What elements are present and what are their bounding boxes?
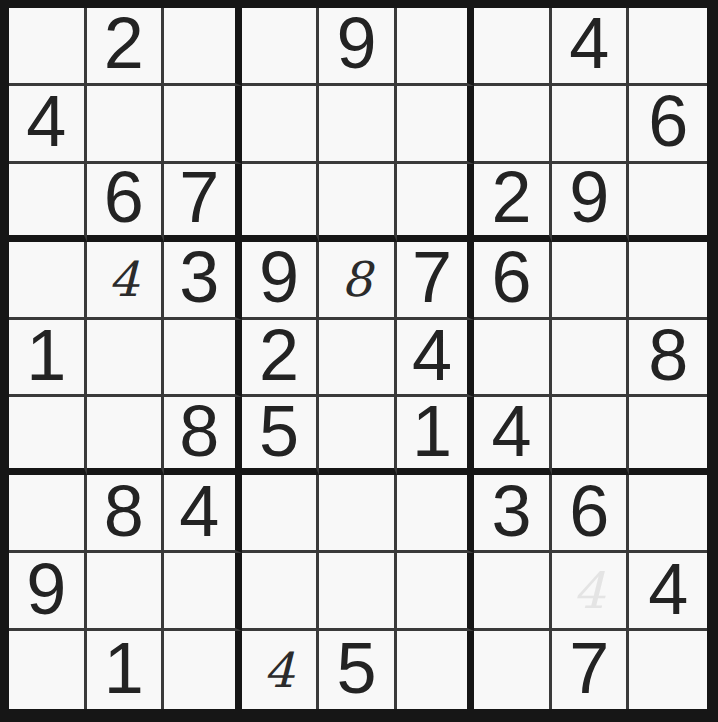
cell-r3c5[interactable] (319, 164, 397, 242)
cell-r9c2[interactable]: 1 (87, 631, 165, 709)
cell-r1c9[interactable] (629, 8, 707, 86)
cell-r6c3[interactable]: 8 (164, 397, 242, 475)
handwritten-digit: 4 (264, 646, 295, 694)
cell-r7c7[interactable]: 3 (474, 475, 552, 553)
cell-r3c4[interactable] (242, 164, 320, 242)
cell-r6c7[interactable]: 4 (474, 397, 552, 475)
cell-r8c3[interactable] (164, 553, 242, 631)
cell-r6c4[interactable]: 5 (242, 397, 320, 475)
given-digit: 1 (104, 632, 144, 704)
cell-r5c4[interactable]: 2 (242, 320, 320, 398)
handwritten-digit: 4 (109, 255, 140, 303)
cell-r4c6[interactable]: 7 (397, 242, 475, 320)
cell-r1c7[interactable] (474, 8, 552, 86)
cell-r8c5[interactable] (319, 553, 397, 631)
given-digit: 4 (569, 8, 609, 79)
cell-r2c7[interactable] (474, 86, 552, 164)
given-digit: 9 (26, 553, 66, 624)
cell-r6c2[interactable] (87, 397, 165, 475)
cell-r7c3[interactable]: 4 (164, 475, 242, 553)
cell-r3c7[interactable]: 2 (474, 164, 552, 242)
cell-r8c2[interactable] (87, 553, 165, 631)
cell-r9c4[interactable]: 4 (242, 631, 320, 709)
cell-r1c2[interactable]: 2 (87, 8, 165, 86)
cell-r9c1[interactable] (9, 631, 87, 709)
cell-r7c8[interactable]: 6 (552, 475, 630, 553)
cell-r1c5[interactable]: 9 (319, 8, 397, 86)
given-digit: 8 (648, 320, 688, 391)
cell-r1c1[interactable] (9, 8, 87, 86)
cell-r8c1[interactable]: 9 (9, 553, 87, 631)
given-digit: 7 (412, 242, 452, 313)
given-digit: 1 (412, 397, 452, 466)
cell-r2c4[interactable] (242, 86, 320, 164)
cell-r6c8[interactable] (552, 397, 630, 475)
cell-r3c9[interactable] (629, 164, 707, 242)
given-digit: 9 (259, 242, 299, 313)
given-digit: 4 (648, 553, 688, 624)
cell-r6c9[interactable] (629, 397, 707, 475)
cell-r9c7[interactable] (474, 631, 552, 709)
cell-r8c6[interactable] (397, 553, 475, 631)
cell-r4c8[interactable] (552, 242, 630, 320)
cell-r1c8[interactable]: 4 (552, 8, 630, 86)
cell-r2c3[interactable] (164, 86, 242, 164)
cell-r3c1[interactable] (9, 164, 87, 242)
cell-r2c2[interactable] (87, 86, 165, 164)
cell-r8c7[interactable] (474, 553, 552, 631)
given-digit: 4 (492, 397, 532, 466)
cell-r4c7[interactable]: 6 (474, 242, 552, 320)
cell-r1c6[interactable] (397, 8, 475, 86)
cell-r5c5[interactable] (319, 320, 397, 398)
given-digit: 6 (104, 164, 144, 233)
cell-r4c2[interactable]: 4 (87, 242, 165, 320)
given-digit: 9 (569, 164, 609, 233)
cell-r7c5[interactable] (319, 475, 397, 553)
cell-r3c3[interactable]: 7 (164, 164, 242, 242)
cell-r7c4[interactable] (242, 475, 320, 553)
cell-r9c9[interactable] (629, 631, 707, 709)
given-digit: 4 (26, 86, 66, 157)
cell-r4c3[interactable]: 3 (164, 242, 242, 320)
given-digit: 8 (179, 397, 219, 466)
cell-r8c4[interactable] (242, 553, 320, 631)
given-digit: 5 (259, 397, 299, 466)
cell-r2c1[interactable]: 4 (9, 86, 87, 164)
cell-r7c2[interactable]: 8 (87, 475, 165, 553)
erased-ghost-mark: 4 (573, 566, 605, 616)
cell-r2c8[interactable] (552, 86, 630, 164)
cell-r9c6[interactable] (397, 631, 475, 709)
cell-r7c9[interactable] (629, 475, 707, 553)
given-digit: 7 (179, 164, 219, 233)
given-digit: 7 (569, 632, 609, 704)
given-digit: 5 (336, 632, 376, 704)
cell-r6c5[interactable] (319, 397, 397, 475)
given-digit: 1 (26, 320, 66, 391)
given-digit: 4 (412, 320, 452, 391)
cell-r3c6[interactable] (397, 164, 475, 242)
cell-r2c9[interactable]: 6 (629, 86, 707, 164)
cell-r5c2[interactable] (87, 320, 165, 398)
cell-r5c8[interactable] (552, 320, 630, 398)
cell-r5c7[interactable] (474, 320, 552, 398)
cell-r3c2[interactable]: 6 (87, 164, 165, 242)
cell-r8c9[interactable]: 4 (629, 553, 707, 631)
cell-r8c8[interactable]: 4 (552, 553, 630, 631)
given-digit: 9 (336, 8, 376, 79)
cell-r4c9[interactable] (629, 242, 707, 320)
cell-r5c1[interactable]: 1 (9, 320, 87, 398)
given-digit: 4 (179, 475, 219, 546)
given-digit: 8 (104, 475, 144, 546)
cell-r4c5[interactable]: 8 (319, 242, 397, 320)
cell-r9c5[interactable]: 5 (319, 631, 397, 709)
given-digit: 2 (104, 8, 144, 79)
cell-r6c6[interactable]: 1 (397, 397, 475, 475)
cell-r1c3[interactable] (164, 8, 242, 86)
cell-r5c6[interactable]: 4 (397, 320, 475, 398)
cell-r1c4[interactable] (242, 8, 320, 86)
cell-r7c1[interactable] (9, 475, 87, 553)
cell-r5c9[interactable]: 8 (629, 320, 707, 398)
given-digit: 6 (569, 475, 609, 546)
given-digit: 6 (648, 86, 688, 157)
handwritten-digit: 8 (341, 255, 372, 303)
cell-r3c8[interactable]: 9 (552, 164, 630, 242)
given-digit: 3 (179, 242, 219, 313)
cell-r2c6[interactable] (397, 86, 475, 164)
cell-r4c4[interactable]: 9 (242, 242, 320, 320)
sudoku-board: 2944667294398761248851484369441457 (0, 0, 718, 722)
cell-r6c1[interactable] (9, 397, 87, 475)
cell-r2c5[interactable] (319, 86, 397, 164)
given-digit: 2 (259, 320, 299, 391)
given-digit: 2 (492, 164, 532, 233)
given-digit: 6 (492, 242, 532, 313)
cell-r4c1[interactable] (9, 242, 87, 320)
cell-r9c3[interactable] (164, 631, 242, 709)
given-digit: 3 (492, 475, 532, 546)
cell-r9c8[interactable]: 7 (552, 631, 630, 709)
cell-r5c3[interactable] (164, 320, 242, 398)
cell-r7c6[interactable] (397, 475, 475, 553)
